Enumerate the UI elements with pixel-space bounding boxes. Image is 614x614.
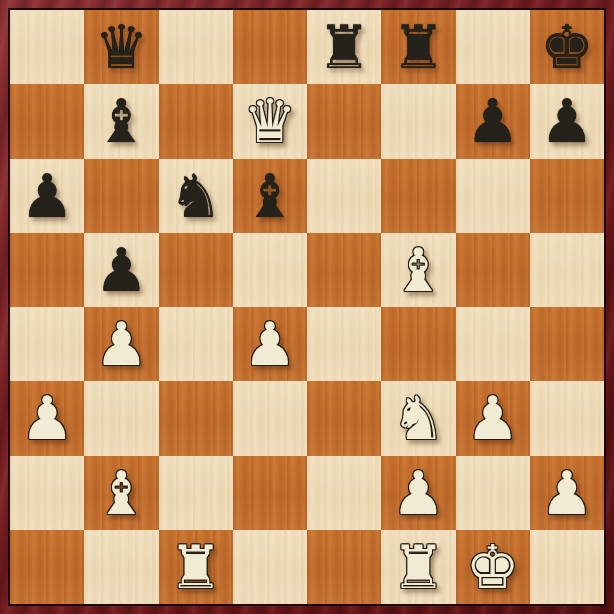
square-g7[interactable]: ♟	[456, 84, 530, 158]
square-e6[interactable]	[307, 159, 381, 233]
square-a8[interactable]	[10, 10, 84, 84]
square-c7[interactable]	[159, 84, 233, 158]
square-c5[interactable]	[159, 233, 233, 307]
square-h3[interactable]	[530, 381, 604, 455]
square-b1[interactable]	[84, 530, 158, 604]
square-h7[interactable]: ♟	[530, 84, 604, 158]
square-d6[interactable]: ♝	[233, 159, 307, 233]
square-h1[interactable]	[530, 530, 604, 604]
square-e5[interactable]	[307, 233, 381, 307]
square-g6[interactable]	[456, 159, 530, 233]
square-h8[interactable]: ♚	[530, 10, 604, 84]
square-g3[interactable]: ♟	[456, 381, 530, 455]
square-d8[interactable]	[233, 10, 307, 84]
piece-black-knight[interactable]: ♞	[169, 159, 223, 233]
square-b4[interactable]: ♟	[84, 307, 158, 381]
square-e2[interactable]	[307, 456, 381, 530]
piece-black-pawn[interactable]: ♟	[466, 84, 520, 158]
square-g8[interactable]	[456, 10, 530, 84]
piece-white-pawn[interactable]: ♟	[466, 381, 520, 455]
piece-black-pawn[interactable]: ♟	[540, 84, 594, 158]
piece-white-pawn[interactable]: ♟	[540, 456, 594, 530]
square-c2[interactable]	[159, 456, 233, 530]
square-a4[interactable]	[10, 307, 84, 381]
square-a5[interactable]	[10, 233, 84, 307]
square-c1[interactable]: ♜	[159, 530, 233, 604]
square-d7[interactable]: ♛	[233, 84, 307, 158]
square-h4[interactable]	[530, 307, 604, 381]
piece-black-bishop[interactable]: ♝	[243, 159, 297, 233]
square-a7[interactable]	[10, 84, 84, 158]
piece-white-knight[interactable]: ♞	[391, 381, 445, 455]
square-e3[interactable]	[307, 381, 381, 455]
square-h6[interactable]	[530, 159, 604, 233]
chess-board: ♛♜♜♚♝♛♟♟♟♞♝♟♝♟♟♟♞♟♝♟♟♜♜♚	[8, 8, 606, 606]
piece-white-queen[interactable]: ♛	[243, 84, 297, 158]
square-f8[interactable]: ♜	[381, 10, 455, 84]
piece-white-rook[interactable]: ♜	[169, 530, 223, 604]
square-f2[interactable]: ♟	[381, 456, 455, 530]
square-e8[interactable]: ♜	[307, 10, 381, 84]
piece-black-rook[interactable]: ♜	[317, 10, 371, 84]
board-frame: ♛♜♜♚♝♛♟♟♟♞♝♟♝♟♟♟♞♟♝♟♟♜♜♚	[0, 0, 614, 614]
piece-black-pawn[interactable]: ♟	[94, 233, 148, 307]
piece-white-bishop[interactable]: ♝	[94, 456, 148, 530]
piece-black-rook[interactable]: ♜	[391, 10, 445, 84]
piece-white-bishop[interactable]: ♝	[391, 233, 445, 307]
square-a6[interactable]: ♟	[10, 159, 84, 233]
square-g4[interactable]	[456, 307, 530, 381]
square-b7[interactable]: ♝	[84, 84, 158, 158]
square-g1[interactable]: ♚	[456, 530, 530, 604]
square-b5[interactable]: ♟	[84, 233, 158, 307]
piece-white-pawn[interactable]: ♟	[20, 381, 74, 455]
piece-white-king[interactable]: ♚	[466, 530, 520, 604]
square-e1[interactable]	[307, 530, 381, 604]
piece-black-king[interactable]: ♚	[540, 10, 594, 84]
square-b8[interactable]: ♛	[84, 10, 158, 84]
square-c4[interactable]	[159, 307, 233, 381]
square-a2[interactable]	[10, 456, 84, 530]
piece-white-pawn[interactable]: ♟	[243, 307, 297, 381]
square-b3[interactable]	[84, 381, 158, 455]
square-f4[interactable]	[381, 307, 455, 381]
square-d1[interactable]	[233, 530, 307, 604]
square-f5[interactable]: ♝	[381, 233, 455, 307]
square-h2[interactable]: ♟	[530, 456, 604, 530]
square-b6[interactable]	[84, 159, 158, 233]
square-g2[interactable]	[456, 456, 530, 530]
square-e7[interactable]	[307, 84, 381, 158]
square-d2[interactable]	[233, 456, 307, 530]
square-h5[interactable]	[530, 233, 604, 307]
square-g5[interactable]	[456, 233, 530, 307]
square-e4[interactable]	[307, 307, 381, 381]
square-f1[interactable]: ♜	[381, 530, 455, 604]
square-c3[interactable]	[159, 381, 233, 455]
piece-white-rook[interactable]: ♜	[391, 530, 445, 604]
piece-white-pawn[interactable]: ♟	[391, 456, 445, 530]
piece-black-queen[interactable]: ♛	[94, 10, 148, 84]
piece-black-pawn[interactable]: ♟	[20, 159, 74, 233]
square-d4[interactable]: ♟	[233, 307, 307, 381]
square-c8[interactable]	[159, 10, 233, 84]
piece-white-pawn[interactable]: ♟	[94, 307, 148, 381]
square-b2[interactable]: ♝	[84, 456, 158, 530]
square-a1[interactable]	[10, 530, 84, 604]
square-f6[interactable]	[381, 159, 455, 233]
square-f3[interactable]: ♞	[381, 381, 455, 455]
square-d5[interactable]	[233, 233, 307, 307]
square-a3[interactable]: ♟	[10, 381, 84, 455]
square-c6[interactable]: ♞	[159, 159, 233, 233]
piece-black-bishop[interactable]: ♝	[94, 84, 148, 158]
square-d3[interactable]	[233, 381, 307, 455]
square-f7[interactable]	[381, 84, 455, 158]
